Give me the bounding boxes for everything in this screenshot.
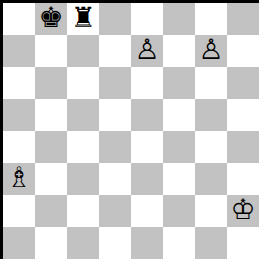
square-f1[interactable] (163, 227, 195, 259)
square-h6[interactable] (227, 67, 259, 99)
square-f7[interactable] (163, 35, 195, 67)
square-e5[interactable] (131, 99, 163, 131)
square-c1[interactable] (67, 227, 99, 259)
square-b3[interactable] (35, 163, 67, 195)
chess-diagram: ♚♜♙♙♗♔ (0, 0, 259, 259)
square-b4[interactable] (35, 131, 67, 163)
square-a7[interactable] (3, 35, 35, 67)
square-d2[interactable] (99, 195, 131, 227)
square-c3[interactable] (67, 163, 99, 195)
square-d8[interactable] (99, 3, 131, 35)
square-b2[interactable] (35, 195, 67, 227)
square-g2[interactable] (195, 195, 227, 227)
square-d5[interactable] (99, 99, 131, 131)
square-a1[interactable] (3, 227, 35, 259)
square-h5[interactable] (227, 99, 259, 131)
square-f2[interactable] (163, 195, 195, 227)
square-g5[interactable] (195, 99, 227, 131)
square-c4[interactable] (67, 131, 99, 163)
square-f6[interactable] (163, 67, 195, 99)
square-f8[interactable] (163, 3, 195, 35)
square-a2[interactable] (3, 195, 35, 227)
square-b6[interactable] (35, 67, 67, 99)
piece-white-bishop: ♗ (6, 162, 31, 194)
square-d6[interactable] (99, 67, 131, 99)
square-g1[interactable] (195, 227, 227, 259)
square-f4[interactable] (163, 131, 195, 163)
square-g6[interactable] (195, 67, 227, 99)
square-e2[interactable] (131, 195, 163, 227)
square-c2[interactable] (67, 195, 99, 227)
square-h4[interactable] (227, 131, 259, 163)
square-g7[interactable]: ♙ (195, 35, 227, 67)
square-e8[interactable] (131, 3, 163, 35)
piece-black-rook: ♜ (70, 2, 95, 34)
square-b5[interactable] (35, 99, 67, 131)
square-c5[interactable] (67, 99, 99, 131)
square-e4[interactable] (131, 131, 163, 163)
piece-black-king: ♚ (38, 2, 63, 34)
square-b7[interactable] (35, 35, 67, 67)
square-e3[interactable] (131, 163, 163, 195)
square-h7[interactable] (227, 35, 259, 67)
square-f5[interactable] (163, 99, 195, 131)
square-d4[interactable] (99, 131, 131, 163)
square-g4[interactable] (195, 131, 227, 163)
square-h8[interactable] (227, 3, 259, 35)
square-a3[interactable]: ♗ (3, 163, 35, 195)
square-a6[interactable] (3, 67, 35, 99)
piece-white-pawn: ♙ (134, 34, 159, 66)
piece-white-king: ♔ (230, 194, 255, 226)
square-a8[interactable] (3, 3, 35, 35)
square-e6[interactable] (131, 67, 163, 99)
square-d7[interactable] (99, 35, 131, 67)
square-g3[interactable] (195, 163, 227, 195)
square-a5[interactable] (3, 99, 35, 131)
square-a4[interactable] (3, 131, 35, 163)
square-h1[interactable] (227, 227, 259, 259)
square-g8[interactable] (195, 3, 227, 35)
chess-board: ♚♜♙♙♗♔ (0, 0, 259, 259)
square-h2[interactable]: ♔ (227, 195, 259, 227)
square-d3[interactable] (99, 163, 131, 195)
square-e7[interactable]: ♙ (131, 35, 163, 67)
square-e1[interactable] (131, 227, 163, 259)
square-h3[interactable] (227, 163, 259, 195)
square-c8[interactable]: ♜ (67, 3, 99, 35)
square-d1[interactable] (99, 227, 131, 259)
square-c7[interactable] (67, 35, 99, 67)
square-b8[interactable]: ♚ (35, 3, 67, 35)
square-f3[interactable] (163, 163, 195, 195)
square-c6[interactable] (67, 67, 99, 99)
piece-white-pawn: ♙ (198, 34, 223, 66)
square-b1[interactable] (35, 227, 67, 259)
